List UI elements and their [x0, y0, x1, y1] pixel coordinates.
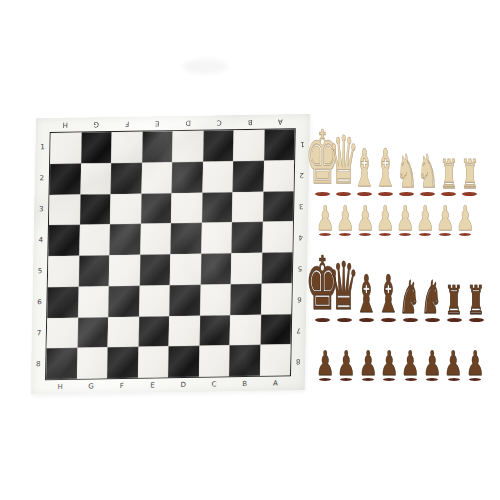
square-f3 [110, 193, 141, 224]
square-b2 [233, 160, 264, 191]
dark-knight: ♞ [422, 274, 442, 322]
square-h4 [48, 225, 79, 256]
square-b4 [231, 222, 262, 253]
rank-label-left-6: 6 [33, 287, 46, 318]
file-label-top-f: F [111, 118, 142, 130]
file-label-bottom-g: G [75, 380, 106, 392]
rank-label-right-7: 7 [293, 314, 306, 345]
square-f2 [111, 162, 142, 193]
dark-pawn-glyph: ♟ [466, 346, 485, 380]
dark-pawn: ♟ [337, 346, 355, 381]
light-pawn-glyph: ♟ [456, 201, 475, 235]
square-f7 [108, 316, 139, 347]
square-c4 [201, 222, 232, 253]
square-g3 [79, 194, 110, 225]
light-pawn: ♟ [356, 201, 374, 236]
square-h7 [47, 317, 78, 348]
dark-rook: ♜ [466, 280, 486, 322]
dark-knight-glyph: ♞ [399, 274, 420, 320]
square-c1 [203, 130, 234, 161]
square-d1 [172, 131, 203, 162]
square-f1 [111, 132, 142, 163]
square-c8 [198, 346, 229, 377]
dark-pawn-glyph: ♟ [423, 346, 442, 380]
dark-knight: ♞ [400, 274, 420, 322]
dark-rook: ♜ [444, 280, 464, 322]
square-g8 [77, 347, 108, 378]
dark-pawn: ♟ [402, 346, 420, 381]
light-pawn-glyph: ♟ [316, 201, 335, 235]
file-label-top-a: A [265, 115, 296, 127]
chess-set-product-photo: HGFEDCBA HGFEDCBA 12345678 12345678 ♚♛♝♝… [0, 0, 500, 500]
square-g5 [78, 255, 109, 286]
square-e7 [138, 316, 169, 347]
dark-pawn: ♟ [359, 346, 377, 381]
square-b1 [233, 130, 264, 161]
dark-major-row: ♚♛♝♝♞♞♜♜ [312, 236, 486, 322]
square-b7 [230, 314, 261, 345]
rank-label-left-7: 7 [33, 318, 46, 349]
file-label-bottom-h: H [45, 381, 76, 393]
dark-pawn-glyph: ♟ [316, 346, 335, 380]
light-pawn-glyph: ♟ [336, 201, 355, 235]
square-c3 [201, 192, 232, 223]
dark-pawn-glyph: ♟ [444, 346, 463, 380]
dark-pawn-row: ♟♟♟♟♟♟♟♟ [316, 348, 484, 381]
square-e5 [139, 254, 170, 285]
square-f4 [109, 224, 140, 255]
dark-pawn-glyph: ♟ [337, 346, 356, 380]
rank-label-left-3: 3 [35, 194, 48, 225]
rank-label-left-1: 1 [36, 132, 49, 163]
square-a5 [261, 252, 292, 283]
square-d4 [170, 223, 201, 254]
square-a7 [260, 314, 291, 345]
file-label-bottom-d: D [168, 379, 199, 391]
chessboard [45, 128, 296, 380]
square-g4 [79, 224, 110, 255]
rank-label-left-5: 5 [34, 256, 47, 287]
light-rook: ♜ [439, 154, 459, 196]
file-label-bottom-c: C [198, 378, 229, 390]
square-a1 [264, 129, 295, 160]
dark-pawn-glyph: ♟ [380, 346, 399, 380]
square-f6 [108, 285, 139, 316]
rank-label-right-8: 8 [292, 345, 305, 376]
light-pawn-glyph: ♟ [416, 201, 435, 235]
square-g1 [81, 132, 112, 163]
chessboard-mat: HGFEDCBA HGFEDCBA 12345678 12345678 [31, 114, 310, 394]
light-pawn-glyph: ♟ [356, 201, 375, 235]
light-pawn: ♟ [336, 201, 354, 236]
light-pawn: ♟ [456, 201, 474, 236]
square-d7 [169, 315, 200, 346]
square-c6 [200, 284, 231, 315]
light-pawn-glyph: ♟ [396, 201, 415, 235]
file-labels-bottom: HGFEDCBA [45, 377, 291, 393]
light-knight: ♞ [418, 148, 438, 196]
square-f5 [109, 255, 140, 286]
square-g6 [78, 286, 109, 317]
square-a4 [262, 222, 293, 253]
square-h6 [47, 286, 78, 317]
light-pawn: ♟ [376, 201, 394, 236]
light-rook-glyph: ♜ [440, 154, 459, 194]
file-label-bottom-e: E [137, 379, 168, 391]
square-e4 [140, 223, 171, 254]
square-a3 [262, 191, 293, 222]
light-pawn: ♟ [316, 201, 334, 236]
square-a2 [263, 160, 294, 191]
dark-pawn-glyph: ♟ [401, 346, 420, 380]
light-pawn: ♟ [396, 201, 414, 236]
light-pawn-row: ♟♟♟♟♟♟♟♟ [316, 202, 474, 236]
light-rook-glyph: ♜ [461, 154, 480, 194]
square-b5 [231, 253, 262, 284]
dark-rook-glyph: ♜ [445, 280, 464, 320]
square-h2 [50, 163, 81, 194]
dark-pawn-glyph: ♟ [358, 346, 377, 380]
square-a6 [261, 283, 292, 314]
dark-knight-glyph: ♞ [421, 274, 442, 320]
rank-label-left-8: 8 [32, 349, 45, 380]
light-pawn-glyph: ♟ [376, 201, 395, 235]
dark-rook-glyph: ♜ [467, 280, 486, 320]
square-d2 [172, 161, 203, 192]
dark-pawn: ♟ [423, 346, 441, 381]
file-label-bottom-b: B [229, 378, 260, 390]
light-bishop: ♝ [375, 142, 395, 196]
light-bishop: ♝ [354, 142, 374, 196]
light-knight-glyph: ♞ [396, 148, 417, 194]
rank-label-left-4: 4 [34, 225, 47, 256]
light-pawn: ♟ [416, 201, 434, 236]
square-a8 [259, 345, 290, 376]
square-e2 [141, 162, 172, 193]
square-e3 [140, 193, 171, 224]
file-label-bottom-a: A [260, 377, 291, 389]
square-e1 [142, 131, 173, 162]
square-b3 [232, 191, 263, 222]
file-label-top-b: B [234, 116, 265, 128]
rank-label-right-6: 6 [293, 283, 306, 314]
dark-bishop-glyph: ♝ [354, 268, 378, 320]
square-h5 [48, 256, 79, 287]
dark-bishop: ♝ [378, 268, 398, 322]
file-label-top-d: D [173, 117, 204, 129]
light-knight-glyph: ♞ [417, 148, 438, 194]
light-major-row: ♚♛♝♝♞♞♜♜ [312, 110, 480, 196]
square-d6 [169, 284, 200, 315]
square-h1 [50, 133, 81, 164]
file-label-top-g: G [81, 118, 112, 130]
square-c5 [200, 253, 231, 284]
square-e6 [139, 285, 170, 316]
square-d5 [170, 254, 201, 285]
dark-bishop: ♝ [356, 268, 376, 322]
shadow-smudge [182, 59, 228, 74]
square-f8 [107, 347, 138, 378]
light-bishop-glyph: ♝ [373, 142, 397, 194]
square-b8 [229, 345, 260, 376]
square-h8 [46, 348, 77, 379]
light-rook: ♜ [460, 154, 480, 196]
light-pawn: ♟ [436, 201, 454, 236]
square-h3 [49, 194, 80, 225]
dark-pawn: ♟ [380, 346, 398, 381]
file-label-top-c: C [204, 116, 235, 128]
dark-pawn: ♟ [445, 346, 463, 381]
square-c2 [202, 161, 233, 192]
dark-bishop-glyph: ♝ [376, 268, 400, 320]
light-knight: ♞ [397, 148, 417, 196]
rank-label-left-2: 2 [36, 163, 49, 194]
square-b6 [230, 284, 261, 315]
dark-pawn: ♟ [466, 346, 484, 381]
file-label-bottom-f: F [106, 380, 137, 392]
square-e8 [138, 346, 169, 377]
file-label-top-e: E [142, 117, 173, 129]
file-label-top-h: H [50, 119, 81, 131]
dark-queen: ♛ [334, 254, 354, 322]
light-queen: ♛ [333, 128, 353, 196]
light-pawn-glyph: ♟ [436, 201, 455, 235]
square-g2 [80, 163, 111, 194]
square-d8 [168, 346, 199, 377]
square-g7 [77, 317, 108, 348]
square-c7 [199, 315, 230, 346]
square-d3 [171, 192, 202, 223]
dark-pawn: ♟ [316, 346, 334, 381]
